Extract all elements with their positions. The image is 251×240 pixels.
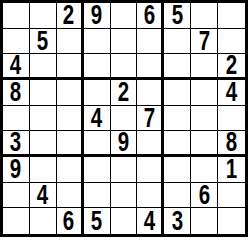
cell-r6c4[interactable] [84,131,111,157]
cell-value: 5 [91,208,102,234]
cell-value: 8 [10,80,21,106]
cell-r5c9[interactable] [218,106,245,132]
cell-r8c4[interactable] [84,183,111,209]
cell-value: 6 [63,208,74,234]
cell-r3c8[interactable] [191,54,218,80]
cell-r3c4[interactable] [84,54,111,80]
cell-value: 1 [226,157,237,183]
cell-r3c2[interactable] [30,54,57,80]
cell-r4c9[interactable]: 4 [218,80,245,106]
cell-r3c7[interactable] [164,54,191,80]
cell-r1c5[interactable] [111,3,138,29]
cell-r9c3[interactable]: 6 [57,208,84,234]
cell-r6c1[interactable]: 3 [3,131,30,157]
cell-r8c8[interactable]: 6 [191,183,218,209]
cell-r7c1[interactable]: 9 [3,157,30,183]
cell-value: 6 [144,3,155,29]
cell-value: 3 [10,131,21,156]
cell-r4c2[interactable] [30,80,57,106]
cell-r7c3[interactable] [57,157,84,183]
cell-value: 6 [198,183,209,209]
cell-r8c9[interactable] [218,183,245,209]
cell-r6c2[interactable] [30,131,57,157]
cell-r6c6[interactable] [137,131,164,157]
cell-r4c1[interactable]: 8 [3,80,30,106]
cell-value: 2 [63,3,74,29]
cell-value: 2 [226,54,237,79]
cell-value: 4 [226,80,237,106]
cell-r1c2[interactable] [30,3,57,29]
cell-r5c7[interactable] [164,106,191,132]
cell-r8c2[interactable]: 4 [30,183,57,209]
cell-r2c9[interactable] [218,29,245,55]
cell-r9c9[interactable] [218,208,245,234]
cell-r9c7[interactable]: 3 [164,208,191,234]
cell-r6c3[interactable] [57,131,84,157]
cell-r9c4[interactable]: 5 [84,208,111,234]
cell-value: 4 [91,106,102,132]
cell-r3c6[interactable] [137,54,164,80]
cell-r8c5[interactable] [111,183,138,209]
cell-r8c1[interactable] [3,183,30,209]
cell-r4c4[interactable] [84,80,111,106]
cell-r1c8[interactable] [191,3,218,29]
cell-value: 5 [172,3,183,29]
cell-r4c3[interactable] [57,80,84,106]
cell-r2c7[interactable] [164,29,191,55]
cell-value: 9 [10,157,21,183]
cell-r1c6[interactable]: 6 [137,3,164,29]
cell-r7c4[interactable] [84,157,111,183]
cell-r4c6[interactable] [137,80,164,106]
cell-r1c3[interactable]: 2 [57,3,84,29]
cell-r7c8[interactable] [191,157,218,183]
cell-r5c5[interactable] [111,106,138,132]
cell-value: 7 [144,106,155,132]
cell-value: 4 [37,183,48,209]
cell-r8c7[interactable] [164,183,191,209]
cell-r5c4[interactable]: 4 [84,106,111,132]
sudoku-board: 296557428244739891466543 [0,0,248,237]
cell-r5c6[interactable]: 7 [137,106,164,132]
cell-r8c3[interactable] [57,183,84,209]
cell-r5c1[interactable] [3,106,30,132]
cell-r3c5[interactable] [111,54,138,80]
cell-r5c3[interactable] [57,106,84,132]
cell-r2c6[interactable] [137,29,164,55]
cell-r3c1[interactable]: 4 [3,54,30,80]
cell-r8c6[interactable] [137,183,164,209]
cell-r7c6[interactable] [137,157,164,183]
cell-r1c9[interactable] [218,3,245,29]
cell-r5c8[interactable] [191,106,218,132]
cell-value: 4 [10,54,21,79]
cell-value: 9 [118,131,129,156]
cell-r9c8[interactable] [191,208,218,234]
cell-r3c3[interactable] [57,54,84,80]
cell-r7c2[interactable] [30,157,57,183]
cell-r4c8[interactable] [191,80,218,106]
cell-r7c9[interactable]: 1 [218,157,245,183]
cell-value: 2 [118,80,129,106]
cell-r5c2[interactable] [30,106,57,132]
cell-r6c7[interactable] [164,131,191,157]
cell-r2c4[interactable] [84,29,111,55]
cell-r9c5[interactable] [111,208,138,234]
cell-r2c1[interactable] [3,29,30,55]
cell-r1c4[interactable]: 9 [84,3,111,29]
cell-value: 9 [91,3,102,29]
cell-r7c5[interactable] [111,157,138,183]
cell-r4c5[interactable]: 2 [111,80,138,106]
cell-r3c9[interactable]: 2 [218,54,245,80]
cell-r6c8[interactable] [191,131,218,157]
cell-r2c3[interactable] [57,29,84,55]
cell-value: 5 [37,29,48,55]
cell-r9c6[interactable]: 4 [137,208,164,234]
cell-r2c8[interactable]: 7 [191,29,218,55]
cell-r6c5[interactable]: 9 [111,131,138,157]
cell-r2c5[interactable] [111,29,138,55]
cell-r1c1[interactable] [3,3,30,29]
cell-r4c7[interactable] [164,80,191,106]
cell-value: 4 [144,208,155,234]
cell-value: 8 [226,131,237,156]
cell-value: 7 [198,29,209,55]
cell-value: 3 [172,208,183,234]
cell-r7c7[interactable] [164,157,191,183]
cell-r2c2[interactable]: 5 [30,29,57,55]
cell-r1c7[interactable]: 5 [164,3,191,29]
cell-r6c9[interactable]: 8 [218,131,245,157]
cell-r9c2[interactable] [30,208,57,234]
cell-r9c1[interactable] [3,208,30,234]
